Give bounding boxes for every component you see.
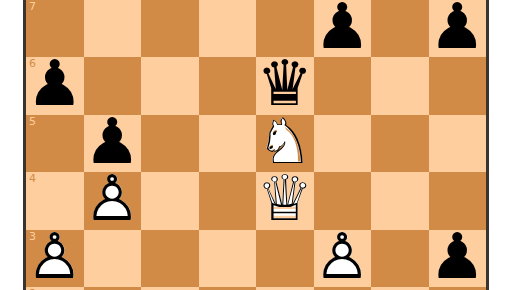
square-d6[interactable] — [199, 57, 257, 115]
square-h5[interactable] — [429, 115, 487, 173]
white-pawn[interactable]: ♟♙ — [314, 230, 372, 288]
white-pawn[interactable]: ♟♙ — [84, 172, 142, 230]
square-f7[interactable]: ♟ — [314, 0, 372, 57]
square-f5[interactable] — [314, 115, 372, 173]
square-c7[interactable] — [141, 0, 199, 57]
square-f3[interactable]: ♟♙ — [314, 230, 372, 288]
square-g4[interactable] — [371, 172, 429, 230]
square-c5[interactable] — [141, 115, 199, 173]
square-a3[interactable]: 3♟♙ — [26, 230, 84, 288]
square-b3[interactable] — [84, 230, 142, 288]
square-e4[interactable]: ♛♕ — [256, 172, 314, 230]
white-queen[interactable]: ♛♕ — [256, 172, 314, 230]
black-pawn[interactable]: ♟ — [26, 57, 84, 115]
rank-label-4: 4 — [29, 173, 36, 184]
rank-label-5: 5 — [29, 116, 36, 127]
square-h3[interactable]: ♟ — [429, 230, 487, 288]
white-pawn[interactable]: ♟♙ — [26, 230, 84, 288]
white-pawn-outline: ♙ — [84, 170, 142, 228]
board-grid: 87♟♟6♟♛5♟♞♘4♟♙♛♕3♟♙♟♙♟21 — [26, 0, 486, 290]
square-d7[interactable] — [199, 0, 257, 57]
square-a5[interactable]: 5 — [26, 115, 84, 173]
chess-board: 87♟♟6♟♛5♟♞♘4♟♙♛♕3♟♙♟♙♟21 — [23, 0, 489, 290]
square-g6[interactable] — [371, 57, 429, 115]
square-c3[interactable] — [141, 230, 199, 288]
square-g5[interactable] — [371, 115, 429, 173]
white-queen-outline: ♕ — [256, 170, 314, 228]
square-g3[interactable] — [371, 230, 429, 288]
square-h6[interactable] — [429, 57, 487, 115]
chess-diagram: 87♟♟6♟♛5♟♞♘4♟♙♛♕3♟♙♟♙♟21 — [0, 0, 516, 290]
square-h7[interactable]: ♟ — [429, 0, 487, 57]
white-pawn-outline: ♙ — [314, 228, 372, 286]
white-pawn-outline: ♙ — [26, 228, 84, 286]
black-pawn-glyph: ♟ — [314, 0, 372, 55]
square-f6[interactable] — [314, 57, 372, 115]
square-b7[interactable] — [84, 0, 142, 57]
rank-label-7: 7 — [29, 1, 36, 12]
black-pawn[interactable]: ♟ — [314, 0, 372, 57]
black-pawn[interactable]: ♟ — [429, 230, 487, 288]
square-e3[interactable] — [256, 230, 314, 288]
black-pawn-glyph: ♟ — [429, 0, 487, 55]
black-pawn[interactable]: ♟ — [429, 0, 487, 57]
square-c4[interactable] — [141, 172, 199, 230]
black-pawn-glyph: ♟ — [429, 228, 487, 286]
square-d4[interactable] — [199, 172, 257, 230]
square-b4[interactable]: ♟♙ — [84, 172, 142, 230]
square-d5[interactable] — [199, 115, 257, 173]
square-a6[interactable]: 6♟ — [26, 57, 84, 115]
square-d3[interactable] — [199, 230, 257, 288]
square-g7[interactable] — [371, 0, 429, 57]
square-c6[interactable] — [141, 57, 199, 115]
black-pawn-glyph: ♟ — [26, 55, 84, 113]
